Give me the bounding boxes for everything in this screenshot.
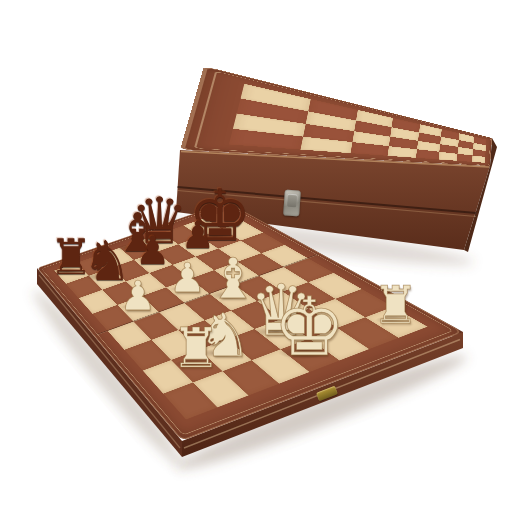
box-metal-clasp [283,189,301,216]
board-brass-latch [316,386,338,402]
chess-set-product-photo: ♜♝♛♞♟♟♚♟♟♝♜♞♛♚♜ [0,0,520,520]
box-square-3-4 [416,149,439,159]
box-square-3-3 [388,146,417,158]
chess-board-grid [54,211,427,420]
box-square-3-7 [472,155,485,162]
open-chess-board [37,202,463,441]
folded-box-lid-checkerboard [180,66,492,166]
box-square-3-6 [457,154,473,162]
box-square-3-5 [439,152,458,161]
box-clasp-latch [287,194,298,208]
box-lid-grid [229,84,487,163]
